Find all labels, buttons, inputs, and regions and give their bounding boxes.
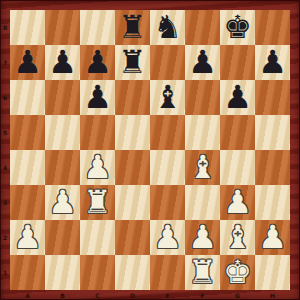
square-h3[interactable]	[255, 185, 290, 220]
square-d5[interactable]	[115, 115, 150, 150]
rank-label-4: 4	[0, 150, 10, 185]
square-h4[interactable]	[255, 150, 290, 185]
white-king-g1-piece[interactable]: ♚	[223, 256, 252, 288]
square-g1[interactable]: ♚	[220, 255, 255, 290]
square-d2[interactable]	[115, 220, 150, 255]
square-g2[interactable]: ♝	[220, 220, 255, 255]
white-pawn-h2-piece[interactable]: ♟	[258, 221, 287, 253]
file-label-h: H	[255, 290, 290, 300]
white-bishop-g2-piece[interactable]: ♝	[223, 221, 252, 253]
square-f2[interactable]: ♟	[185, 220, 220, 255]
white-rook-c3-piece[interactable]: ♜	[83, 186, 112, 218]
white-pawn-a2-piece[interactable]: ♟	[13, 221, 42, 253]
square-h6[interactable]	[255, 80, 290, 115]
square-g6[interactable]: ♟	[220, 80, 255, 115]
square-g5[interactable]	[220, 115, 255, 150]
square-c8[interactable]	[80, 10, 115, 45]
square-a8[interactable]	[10, 10, 45, 45]
square-c1[interactable]	[80, 255, 115, 290]
rank-label-7: 7	[0, 45, 10, 80]
file-label-e: E	[150, 290, 185, 300]
file-label-b: B	[45, 290, 80, 300]
square-g3[interactable]: ♟	[220, 185, 255, 220]
square-h5[interactable]	[255, 115, 290, 150]
square-a6[interactable]	[10, 80, 45, 115]
square-g4[interactable]	[220, 150, 255, 185]
file-label-f: F	[185, 290, 220, 300]
square-e1[interactable]	[150, 255, 185, 290]
square-a3[interactable]	[10, 185, 45, 220]
black-pawn-c6-piece[interactable]: ♟	[83, 81, 112, 113]
square-b1[interactable]	[45, 255, 80, 290]
square-d3[interactable]	[115, 185, 150, 220]
square-d8[interactable]: ♜	[115, 10, 150, 45]
square-e2[interactable]: ♟	[150, 220, 185, 255]
rank-label-8: 8	[0, 10, 10, 45]
square-g7[interactable]	[220, 45, 255, 80]
square-h2[interactable]: ♟	[255, 220, 290, 255]
square-f5[interactable]	[185, 115, 220, 150]
square-c6[interactable]: ♟	[80, 80, 115, 115]
square-e7[interactable]	[150, 45, 185, 80]
square-b5[interactable]	[45, 115, 80, 150]
square-a1[interactable]	[10, 255, 45, 290]
square-b7[interactable]: ♟	[45, 45, 80, 80]
square-e3[interactable]	[150, 185, 185, 220]
square-c3[interactable]: ♜	[80, 185, 115, 220]
square-e8[interactable]: ♞	[150, 10, 185, 45]
square-b6[interactable]	[45, 80, 80, 115]
white-pawn-f2-piece[interactable]: ♟	[188, 221, 217, 253]
white-pawn-g3-piece[interactable]: ♟	[223, 186, 252, 218]
square-d4[interactable]	[115, 150, 150, 185]
black-pawn-g6-piece[interactable]: ♟	[223, 81, 252, 113]
rank-label-6: 6	[0, 80, 10, 115]
square-e4[interactable]	[150, 150, 185, 185]
chess-board-frame: ♜♞♚♟♟♟♜♟♟♟♝♟♟♝♟♜♟♟♟♟♝♟♜♚ 87654321 ABCDEF…	[0, 0, 300, 300]
square-c7[interactable]: ♟	[80, 45, 115, 80]
black-pawn-f7-piece[interactable]: ♟	[188, 46, 217, 78]
square-a4[interactable]	[10, 150, 45, 185]
black-knight-e8-piece[interactable]: ♞	[153, 11, 182, 43]
rank-label-3: 3	[0, 185, 10, 220]
square-d7[interactable]: ♜	[115, 45, 150, 80]
chess-board: ♜♞♚♟♟♟♜♟♟♟♝♟♟♝♟♜♟♟♟♟♝♟♜♚	[10, 10, 290, 290]
black-rook-d7-piece[interactable]: ♜	[118, 46, 147, 78]
square-b2[interactable]	[45, 220, 80, 255]
square-f7[interactable]: ♟	[185, 45, 220, 80]
square-f6[interactable]	[185, 80, 220, 115]
square-a2[interactable]: ♟	[10, 220, 45, 255]
white-pawn-e2-piece[interactable]: ♟	[153, 221, 182, 253]
square-f1[interactable]: ♜	[185, 255, 220, 290]
square-c5[interactable]	[80, 115, 115, 150]
rank-label-5: 5	[0, 115, 10, 150]
square-b3[interactable]: ♟	[45, 185, 80, 220]
white-pawn-c4-piece[interactable]: ♟	[83, 151, 112, 183]
black-king-g8-piece[interactable]: ♚	[223, 11, 252, 43]
square-d6[interactable]	[115, 80, 150, 115]
square-g8[interactable]: ♚	[220, 10, 255, 45]
file-label-c: C	[80, 290, 115, 300]
square-d1[interactable]	[115, 255, 150, 290]
square-b8[interactable]	[45, 10, 80, 45]
black-bishop-e6-piece[interactable]: ♝	[153, 81, 182, 113]
square-a7[interactable]: ♟	[10, 45, 45, 80]
black-pawn-b7-piece[interactable]: ♟	[48, 46, 77, 78]
square-a5[interactable]	[10, 115, 45, 150]
square-e6[interactable]: ♝	[150, 80, 185, 115]
file-label-g: G	[220, 290, 255, 300]
square-f3[interactable]	[185, 185, 220, 220]
rank-label-1: 1	[0, 255, 10, 290]
square-b4[interactable]	[45, 150, 80, 185]
black-pawn-a7-piece[interactable]: ♟	[13, 46, 42, 78]
square-c2[interactable]	[80, 220, 115, 255]
square-e5[interactable]	[150, 115, 185, 150]
white-bishop-f4-piece[interactable]: ♝	[188, 151, 217, 183]
white-pawn-b3-piece[interactable]: ♟	[48, 186, 77, 218]
black-pawn-h7-piece[interactable]: ♟	[258, 46, 287, 78]
square-f4[interactable]: ♝	[185, 150, 220, 185]
rank-label-2: 2	[0, 220, 10, 255]
square-h7[interactable]: ♟	[255, 45, 290, 80]
black-pawn-c7-piece[interactable]: ♟	[83, 46, 112, 78]
square-h8[interactable]	[255, 10, 290, 45]
square-f8[interactable]	[185, 10, 220, 45]
black-rook-d8-piece[interactable]: ♜	[118, 11, 147, 43]
file-label-d: D	[115, 290, 150, 300]
square-c4[interactable]: ♟	[80, 150, 115, 185]
white-rook-f1-piece[interactable]: ♜	[188, 256, 217, 288]
file-label-a: A	[10, 290, 45, 300]
square-h1[interactable]	[255, 255, 290, 290]
